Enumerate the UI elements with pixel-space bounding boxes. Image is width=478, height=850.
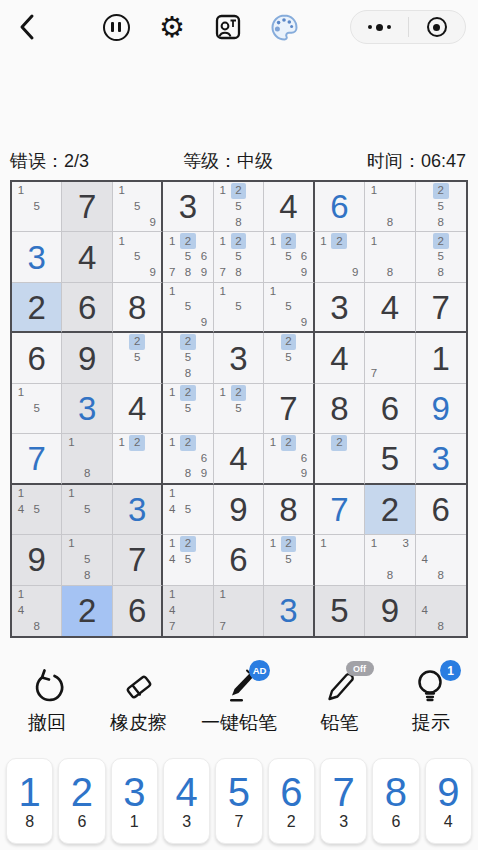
numpad-digit: 4 — [176, 771, 198, 813]
pencil-marks: 15 — [13, 183, 60, 230]
pencil-marks: 159 — [265, 284, 311, 330]
cell-r4c7[interactable]: 4 — [315, 333, 365, 383]
pencil-marks: 1258 — [215, 183, 262, 230]
numpad-key-7[interactable]: 73 — [320, 758, 367, 844]
cell-value: 9 — [28, 543, 46, 576]
cell-r7c8[interactable]: 2 — [365, 485, 415, 535]
cell-r3c5[interactable]: 15 — [214, 283, 264, 333]
auto-pencil-button[interactable]: AD 一键铅笔 — [201, 664, 277, 736]
undo-icon — [29, 668, 65, 706]
numpad-key-1[interactable]: 18 — [6, 758, 53, 844]
cell-value: 6 — [381, 392, 399, 425]
eraser-label: 橡皮擦 — [110, 710, 167, 736]
cell-r7c2[interactable]: 15 — [62, 485, 112, 535]
numpad-digit: 5 — [228, 771, 250, 813]
pencil-marks: 25 — [265, 334, 311, 381]
cell-value: 9 — [381, 594, 399, 627]
pencil-marks: 258 — [417, 183, 465, 230]
cell-r8c9[interactable]: 48 — [416, 535, 466, 585]
cell-value: 3 — [330, 291, 348, 324]
record-icon — [427, 17, 447, 37]
cell-r9c1[interactable]: 148 — [12, 586, 62, 636]
cell-value: 4 — [128, 392, 146, 425]
cell-r5c5[interactable]: 125 — [214, 384, 264, 434]
pencil-marks: 12569 — [265, 233, 311, 280]
cell-value: 7 — [279, 392, 297, 425]
cell-r9c2[interactable]: 2 — [62, 586, 112, 636]
pencil-marks: 1 — [316, 536, 363, 583]
cell-r9c6[interactable]: 3 — [264, 586, 314, 636]
cell-value: 7 — [330, 493, 348, 526]
sudoku-app-screen: ⚙ — [0, 0, 478, 844]
cell-value: 9 — [229, 493, 247, 526]
cell-r3c7[interactable]: 3 — [315, 283, 365, 333]
numpad-digit: 2 — [71, 771, 93, 813]
timer: 时间：06:47 — [367, 149, 466, 173]
pencil-label: 铅笔 — [321, 710, 359, 736]
pencil-marks: 12 — [114, 435, 160, 481]
cell-value: 3 — [229, 342, 247, 375]
cell-r1c7[interactable]: 6 — [315, 182, 365, 232]
numpad-digit: 9 — [437, 771, 459, 813]
cell-value: 5 — [381, 442, 399, 475]
cell-r5c7[interactable]: 8 — [315, 384, 365, 434]
cell-r8c7[interactable]: 1 — [315, 535, 365, 585]
pencil-marks: 159 — [164, 284, 211, 330]
cell-value: 4 — [330, 342, 348, 375]
cell-r1c1[interactable]: 15 — [12, 182, 62, 232]
pencil-marks: 48 — [417, 536, 465, 583]
cell-value: 6 — [128, 594, 146, 627]
cell-r8c8[interactable]: 138 — [365, 535, 415, 585]
undo-label: 撤回 — [28, 710, 66, 736]
cell-r9c4[interactable]: 147 — [163, 586, 213, 636]
cell-r9c5[interactable]: 17 — [214, 586, 264, 636]
cell-r1c2[interactable]: 7 — [62, 182, 112, 232]
back-icon — [14, 12, 40, 42]
top-bar: ⚙ — [0, 0, 478, 50]
cell-r3c6[interactable]: 159 — [264, 283, 314, 333]
palette-icon — [269, 12, 300, 43]
cell-value: 2 — [28, 291, 46, 324]
auto-pencil-label: 一键铅笔 — [201, 710, 277, 736]
cell-value: 3 — [78, 392, 96, 425]
cell-value: 7 — [78, 190, 96, 223]
cell-value: 8 — [279, 493, 297, 526]
cell-value: 1 — [432, 342, 450, 375]
numpad-digit: 6 — [280, 771, 302, 813]
eraser-button[interactable]: 橡皮擦 — [110, 664, 168, 736]
numpad-remaining-count: 1 — [130, 813, 139, 831]
number-pad: 182631435762738694 — [0, 758, 478, 844]
cell-r8c5[interactable]: 6 — [214, 535, 264, 585]
cell-r1c9[interactable]: 258 — [416, 182, 466, 232]
numpad-key-6[interactable]: 62 — [268, 758, 315, 844]
numpad-key-8[interactable]: 86 — [372, 758, 419, 844]
pencil-marks: 125 — [265, 536, 311, 583]
numpad-key-3[interactable]: 31 — [111, 758, 158, 844]
cell-value: 4 — [78, 241, 96, 274]
pencil-button[interactable]: Off 铅笔 — [311, 664, 369, 736]
cell-r2c3[interactable]: 159 — [113, 232, 163, 282]
cell-r2c4[interactable]: 1256789 — [163, 232, 213, 282]
cell-value: 8 — [330, 392, 348, 425]
cell-r1c8[interactable]: 18 — [365, 182, 415, 232]
cell-value: 3 — [28, 241, 46, 274]
numpad-remaining-count: 3 — [339, 813, 348, 831]
numpad-key-4[interactable]: 43 — [163, 758, 210, 844]
cell-r5c1[interactable]: 15 — [12, 384, 62, 434]
pencil-marks: 48 — [417, 587, 465, 635]
more-dots-icon — [368, 25, 372, 29]
cell-r6c2[interactable]: 18 — [62, 434, 112, 484]
cell-r4c4[interactable]: 258 — [163, 333, 213, 383]
theme-button[interactable] — [268, 11, 300, 43]
back-button[interactable] — [0, 12, 54, 42]
cell-value: 8 — [128, 291, 146, 324]
hint-badge: 1 — [440, 660, 461, 681]
cell-value: 6 — [330, 190, 348, 223]
cell-value: 5 — [330, 594, 348, 627]
cell-r3c4[interactable]: 159 — [163, 283, 213, 333]
difficulty-level: 等级：中级 — [183, 149, 273, 173]
hint-button[interactable]: 1 提示 — [402, 664, 460, 736]
pencil-marks: 2 — [316, 435, 363, 481]
numpad-digit: 8 — [385, 771, 407, 813]
numpad-key-5[interactable]: 57 — [215, 758, 262, 844]
settings-button[interactable]: ⚙ — [156, 11, 188, 43]
hint-label: 提示 — [412, 710, 450, 736]
cell-r7c4[interactable]: 145 — [163, 485, 213, 535]
top-spacer — [0, 50, 478, 146]
pencil-marks: 145 — [13, 486, 60, 533]
pencil-marks: 125 — [215, 385, 262, 432]
pencil-marks: 138 — [366, 536, 413, 583]
cell-value: 2 — [381, 493, 399, 526]
cell-r3c2[interactable]: 6 — [62, 283, 112, 333]
cell-r2c9[interactable]: 258 — [416, 232, 466, 282]
off-badge: Off — [346, 661, 374, 676]
mistakes-counter: 错误：2/3 — [10, 149, 89, 173]
cell-r1c3[interactable]: 159 — [113, 182, 163, 232]
cell-r2c7[interactable]: 129 — [315, 232, 365, 282]
pencil-marks: 18 — [366, 183, 413, 230]
pencil-marks: 25 — [114, 334, 160, 381]
cell-value: 3 — [179, 190, 197, 223]
cell-r4c5[interactable]: 3 — [214, 333, 264, 383]
cell-r4c6[interactable]: 25 — [264, 333, 314, 383]
more-button[interactable] — [351, 11, 408, 43]
cell-r1c5[interactable]: 1258 — [214, 182, 264, 232]
pencil-marks: 1256789 — [164, 233, 211, 280]
pencil-marks: 12578 — [215, 233, 262, 280]
cell-r3c9[interactable]: 7 — [416, 283, 466, 333]
leaderboard-icon — [213, 12, 243, 42]
pencil-marks: 1245 — [164, 536, 211, 583]
cell-r2c2[interactable]: 4 — [62, 232, 112, 282]
numpad-digit: 7 — [333, 771, 355, 813]
cell-r5c2[interactable]: 3 — [62, 384, 112, 434]
cell-r3c1[interactable]: 2 — [12, 283, 62, 333]
numpad-remaining-count: 8 — [25, 813, 34, 831]
pencil-marks: 258 — [417, 233, 465, 280]
numpad-remaining-count: 2 — [287, 813, 296, 831]
cell-r2c6[interactable]: 12569 — [264, 232, 314, 282]
numpad-remaining-count: 3 — [182, 813, 191, 831]
cell-value: 6 — [78, 291, 96, 324]
cell-r8c1[interactable]: 9 — [12, 535, 62, 585]
cell-r4c9[interactable]: 1 — [416, 333, 466, 383]
numpad-key-9[interactable]: 94 — [425, 758, 472, 844]
cell-value: 9 — [432, 392, 450, 425]
cell-r1c4[interactable]: 3 — [163, 182, 213, 232]
pencil-marks: 15 — [215, 284, 262, 330]
pencil-marks: 147 — [164, 587, 211, 635]
cell-value: 4 — [279, 190, 297, 223]
pencil-marks: 148 — [13, 587, 60, 635]
cell-r5c6[interactable]: 7 — [264, 384, 314, 434]
numpad-remaining-count: 6 — [78, 813, 87, 831]
cell-r6c3[interactable]: 12 — [113, 434, 163, 484]
pencil-marks: 159 — [114, 183, 160, 230]
pause-button[interactable] — [100, 11, 132, 43]
pencil-marks: 158 — [63, 536, 110, 583]
cell-r7c5[interactable]: 9 — [214, 485, 264, 535]
numpad-key-2[interactable]: 26 — [58, 758, 105, 844]
cell-value: 4 — [229, 442, 247, 475]
cell-r8c2[interactable]: 158 — [62, 535, 112, 585]
cell-value: 6 — [432, 493, 450, 526]
toolbar: 撤回 橡皮擦 AD 一键铅笔 — [0, 664, 478, 736]
numpad-digit: 1 — [19, 771, 41, 813]
cell-r6c8[interactable]: 5 — [365, 434, 415, 484]
pencil-marks: 18 — [366, 233, 413, 280]
cell-r6c7[interactable]: 2 — [315, 434, 365, 484]
cell-r7c9[interactable]: 6 — [416, 485, 466, 535]
pencil-marks: 125 — [164, 385, 211, 432]
cell-value: 7 — [28, 442, 46, 475]
numpad-digit: 3 — [123, 771, 145, 813]
cell-r2c1[interactable]: 3 — [12, 232, 62, 282]
cell-r5c3[interactable]: 4 — [113, 384, 163, 434]
cell-r7c3[interactable]: 3 — [113, 485, 163, 535]
pencil-marks: 15 — [13, 385, 60, 432]
cell-r8c3[interactable]: 7 — [113, 535, 163, 585]
cell-r3c8[interactable]: 4 — [365, 283, 415, 333]
cell-r7c7[interactable]: 7 — [315, 485, 365, 535]
cell-value: 3 — [279, 594, 297, 627]
pencil-marks: 129 — [316, 233, 363, 280]
cell-r4c8[interactable]: 7 — [365, 333, 415, 383]
cell-r6c9[interactable]: 3 — [416, 434, 466, 484]
numpad-remaining-count: 7 — [235, 813, 244, 831]
cell-r8c4[interactable]: 1245 — [163, 535, 213, 585]
cell-value: 7 — [128, 543, 146, 576]
cell-r7c1[interactable]: 145 — [12, 485, 62, 535]
pencil-marks: 18 — [63, 435, 110, 481]
cell-value: 6 — [28, 342, 46, 375]
cell-value: 7 — [432, 291, 450, 324]
cell-r3c3[interactable]: 8 — [113, 283, 163, 333]
exit-button[interactable] — [409, 11, 466, 43]
pencil-marks: 159 — [114, 233, 160, 280]
status-bar: 错误：2/3 等级：中级 时间：06:47 — [0, 146, 478, 176]
cell-r9c7[interactable]: 5 — [315, 586, 365, 636]
eraser-icon — [120, 668, 158, 706]
cell-r6c4[interactable]: 12689 — [163, 434, 213, 484]
cell-value: 6 — [229, 543, 247, 576]
pencil-marks: 12689 — [164, 435, 211, 481]
cell-r7c6[interactable]: 8 — [264, 485, 314, 535]
sudoku-board: 1571593125846182583415912567891257812569… — [10, 180, 468, 638]
cell-r9c8[interactable]: 9 — [365, 586, 415, 636]
cell-value: 9 — [78, 342, 96, 375]
cell-value: 3 — [432, 442, 450, 475]
cell-r4c2[interactable]: 9 — [62, 333, 112, 383]
cell-r2c8[interactable]: 18 — [365, 232, 415, 282]
cell-r5c4[interactable]: 125 — [163, 384, 213, 434]
cell-value: 2 — [78, 594, 96, 627]
cell-r9c9[interactable]: 48 — [416, 586, 466, 636]
cell-value: 3 — [128, 493, 146, 526]
undo-button[interactable]: 撤回 — [18, 664, 76, 736]
miniprogram-capsule — [350, 10, 466, 44]
cell-r5c9[interactable]: 9 — [416, 384, 466, 434]
pencil-marks: 7 — [366, 334, 413, 381]
pencil-marks: 258 — [164, 334, 211, 381]
numpad-remaining-count: 6 — [392, 813, 401, 831]
cell-r2c5[interactable]: 12578 — [214, 232, 264, 282]
pencil-marks: 1269 — [265, 435, 311, 481]
ad-badge: AD — [249, 660, 270, 681]
top-icon-group: ⚙ — [100, 11, 300, 43]
cell-r6c1[interactable]: 7 — [12, 434, 62, 484]
numpad-remaining-count: 4 — [444, 813, 453, 831]
cell-r8c6[interactable]: 125 — [264, 535, 314, 585]
pencil-marks: 17 — [215, 587, 262, 635]
cell-r5c8[interactable]: 6 — [365, 384, 415, 434]
cell-r6c6[interactable]: 1269 — [264, 434, 314, 484]
cell-r6c5[interactable]: 4 — [214, 434, 264, 484]
cell-r4c1[interactable]: 6 — [12, 333, 62, 383]
gear-icon: ⚙ — [159, 13, 185, 42]
leaderboard-button[interactable] — [212, 11, 244, 43]
pause-icon — [103, 14, 130, 41]
pencil-marks: 15 — [63, 486, 110, 533]
pencil-marks: 145 — [164, 486, 211, 533]
cell-value: 4 — [381, 291, 399, 324]
cell-r1c6[interactable]: 4 — [264, 182, 314, 232]
cell-r4c3[interactable]: 25 — [113, 333, 163, 383]
cell-r9c3[interactable]: 6 — [113, 586, 163, 636]
